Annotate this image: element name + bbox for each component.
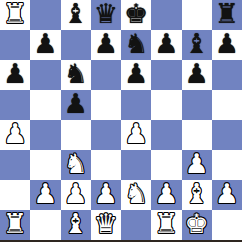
white-rook[interactable]: ♜	[3, 0, 27, 29]
square-c4[interactable]	[61, 120, 91, 150]
square-c3[interactable]: ♞	[61, 150, 91, 180]
square-e8[interactable]: ♚	[121, 0, 151, 30]
square-e1[interactable]	[121, 210, 151, 240]
white-pawn[interactable]: ♟	[154, 180, 178, 209]
square-d3[interactable]	[91, 150, 121, 180]
square-g8[interactable]	[182, 0, 212, 30]
square-h1[interactable]	[212, 210, 242, 240]
square-e6[interactable]: ♟	[121, 60, 151, 90]
black-pawn[interactable]: ♟	[94, 30, 118, 59]
white-pawn[interactable]: ♟	[3, 120, 27, 149]
chess-board: ♜♝♛♚♜♟♟♞♟♝♟♟♞♟♟♟♟♟♞♟♟♟♟♞♟♝♟♜♝♛♜♚	[0, 0, 242, 240]
white-bishop[interactable]: ♝	[64, 210, 88, 239]
square-f5[interactable]	[151, 90, 181, 120]
white-pawn[interactable]: ♟	[94, 180, 118, 209]
black-bishop[interactable]: ♝	[185, 30, 209, 59]
square-e7[interactable]: ♞	[121, 30, 151, 60]
white-rook[interactable]: ♜	[3, 210, 27, 239]
white-rook[interactable]: ♜	[154, 210, 178, 239]
black-bishop[interactable]: ♝	[64, 0, 88, 29]
square-b4[interactable]	[30, 120, 60, 150]
square-g3[interactable]: ♟	[182, 150, 212, 180]
square-h3[interactable]	[212, 150, 242, 180]
square-d2[interactable]: ♟	[91, 180, 121, 210]
square-e5[interactable]	[121, 90, 151, 120]
square-h6[interactable]	[212, 60, 242, 90]
square-a2[interactable]	[0, 180, 30, 210]
square-c8[interactable]: ♝	[61, 0, 91, 30]
square-b7[interactable]: ♟	[30, 30, 60, 60]
white-knight[interactable]: ♞	[64, 150, 88, 179]
white-knight[interactable]: ♞	[124, 180, 148, 209]
square-d8[interactable]: ♛	[91, 0, 121, 30]
black-king[interactable]: ♚	[124, 0, 148, 29]
chess-board-container: ♜♝♛♚♜♟♟♞♟♝♟♟♞♟♟♟♟♟♞♟♟♟♟♞♟♝♟♜♝♛♜♚	[0, 0, 242, 242]
square-e3[interactable]	[121, 150, 151, 180]
square-c6[interactable]: ♞	[61, 60, 91, 90]
square-b2[interactable]: ♟	[30, 180, 60, 210]
square-f4[interactable]	[151, 120, 181, 150]
square-h7[interactable]: ♟	[212, 30, 242, 60]
square-g5[interactable]	[182, 90, 212, 120]
white-pawn[interactable]: ♟	[64, 180, 88, 209]
white-pawn[interactable]: ♟	[33, 180, 57, 209]
square-h4[interactable]	[212, 120, 242, 150]
square-f8[interactable]	[151, 0, 181, 30]
square-f3[interactable]	[151, 150, 181, 180]
square-c5[interactable]: ♟	[61, 90, 91, 120]
square-a8[interactable]: ♜	[0, 0, 30, 30]
black-pawn[interactable]: ♟	[3, 60, 27, 89]
black-pawn[interactable]: ♟	[154, 30, 178, 59]
square-d7[interactable]: ♟	[91, 30, 121, 60]
black-knight[interactable]: ♞	[64, 60, 88, 89]
square-b1[interactable]	[30, 210, 60, 240]
black-rook[interactable]: ♜	[215, 0, 239, 29]
square-f6[interactable]	[151, 60, 181, 90]
square-c7[interactable]	[61, 30, 91, 60]
square-a6[interactable]: ♟	[0, 60, 30, 90]
square-g1[interactable]: ♚	[182, 210, 212, 240]
square-a7[interactable]	[0, 30, 30, 60]
white-king[interactable]: ♚	[185, 210, 209, 239]
square-h2[interactable]: ♟	[212, 180, 242, 210]
white-pawn[interactable]: ♟	[215, 180, 239, 209]
black-pawn[interactable]: ♟	[215, 30, 239, 59]
white-bishop[interactable]: ♝	[185, 180, 209, 209]
square-h8[interactable]: ♜	[212, 0, 242, 30]
square-d1[interactable]: ♛	[91, 210, 121, 240]
square-b6[interactable]	[30, 60, 60, 90]
square-a1[interactable]: ♜	[0, 210, 30, 240]
square-d5[interactable]	[91, 90, 121, 120]
black-pawn[interactable]: ♟	[64, 90, 88, 119]
square-f7[interactable]: ♟	[151, 30, 181, 60]
white-queen[interactable]: ♛	[94, 210, 118, 239]
black-pawn[interactable]: ♟	[33, 30, 57, 59]
square-f1[interactable]: ♜	[151, 210, 181, 240]
square-a5[interactable]	[0, 90, 30, 120]
square-d4[interactable]	[91, 120, 121, 150]
square-a3[interactable]	[0, 150, 30, 180]
square-c1[interactable]: ♝	[61, 210, 91, 240]
square-g4[interactable]	[182, 120, 212, 150]
square-c2[interactable]: ♟	[61, 180, 91, 210]
square-h5[interactable]	[212, 90, 242, 120]
black-knight[interactable]: ♞	[124, 30, 148, 59]
black-pawn[interactable]: ♟	[124, 60, 148, 89]
square-a4[interactable]: ♟	[0, 120, 30, 150]
square-b3[interactable]	[30, 150, 60, 180]
square-g7[interactable]: ♝	[182, 30, 212, 60]
square-b8[interactable]	[30, 0, 60, 30]
square-e4[interactable]: ♟	[121, 120, 151, 150]
white-pawn[interactable]: ♟	[185, 150, 209, 179]
square-b5[interactable]	[30, 90, 60, 120]
square-f2[interactable]: ♟	[151, 180, 181, 210]
square-d6[interactable]	[91, 60, 121, 90]
square-e2[interactable]: ♞	[121, 180, 151, 210]
black-queen[interactable]: ♛	[94, 0, 118, 29]
square-g6[interactable]: ♟	[182, 60, 212, 90]
square-g2[interactable]: ♝	[182, 180, 212, 210]
white-pawn[interactable]: ♟	[124, 120, 148, 149]
black-pawn[interactable]: ♟	[185, 60, 209, 89]
